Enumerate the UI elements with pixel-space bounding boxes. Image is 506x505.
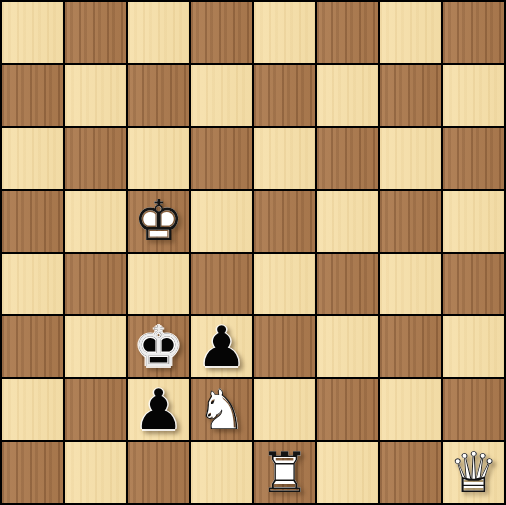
square-g2[interactable] [380, 379, 441, 440]
white-king-outline-icon: ♔ [128, 191, 189, 252]
black-pawn[interactable]: ♟ [191, 316, 252, 377]
square-a6[interactable] [2, 128, 63, 189]
square-f7[interactable] [317, 65, 378, 126]
square-c5[interactable]: ♚♔ [128, 191, 189, 252]
square-b5[interactable] [65, 191, 126, 252]
square-f6[interactable] [317, 128, 378, 189]
square-d8[interactable] [191, 2, 252, 63]
square-c2[interactable]: ♟ [128, 379, 189, 440]
square-d5[interactable] [191, 191, 252, 252]
square-b8[interactable] [65, 2, 126, 63]
square-h2[interactable] [443, 379, 504, 440]
square-e4[interactable] [254, 254, 315, 315]
square-h5[interactable] [443, 191, 504, 252]
white-knight[interactable]: ♞♘ [191, 379, 252, 440]
square-b4[interactable] [65, 254, 126, 315]
white-queen[interactable]: ♛♕ [443, 442, 504, 503]
square-e2[interactable] [254, 379, 315, 440]
square-f2[interactable] [317, 379, 378, 440]
black-pawn-icon: ♟ [191, 316, 252, 377]
square-b2[interactable] [65, 379, 126, 440]
square-h4[interactable] [443, 254, 504, 315]
square-d3[interactable]: ♟ [191, 316, 252, 377]
white-king[interactable]: ♚♔ [128, 191, 189, 252]
square-d1[interactable] [191, 442, 252, 503]
square-g8[interactable] [380, 2, 441, 63]
square-a1[interactable] [2, 442, 63, 503]
square-a8[interactable] [2, 2, 63, 63]
black-king-outline-icon: ♔ [128, 316, 189, 377]
square-d2[interactable]: ♞♘ [191, 379, 252, 440]
square-e3[interactable] [254, 316, 315, 377]
square-h1[interactable]: ♛♕ [443, 442, 504, 503]
square-g5[interactable] [380, 191, 441, 252]
square-b7[interactable] [65, 65, 126, 126]
square-h7[interactable] [443, 65, 504, 126]
square-c6[interactable] [128, 128, 189, 189]
white-queen-outline-icon: ♕ [443, 442, 504, 503]
square-f4[interactable] [317, 254, 378, 315]
square-g3[interactable] [380, 316, 441, 377]
square-g1[interactable] [380, 442, 441, 503]
white-rook-outline-icon: ♖ [254, 442, 315, 503]
square-g6[interactable] [380, 128, 441, 189]
square-e6[interactable] [254, 128, 315, 189]
square-d6[interactable] [191, 128, 252, 189]
black-king[interactable]: ♚♔ [128, 316, 189, 377]
square-a5[interactable] [2, 191, 63, 252]
square-a7[interactable] [2, 65, 63, 126]
square-a3[interactable] [2, 316, 63, 377]
square-f5[interactable] [317, 191, 378, 252]
square-h8[interactable] [443, 2, 504, 63]
black-pawn-icon: ♟ [128, 379, 189, 440]
square-d4[interactable] [191, 254, 252, 315]
square-f3[interactable] [317, 316, 378, 377]
square-c7[interactable] [128, 65, 189, 126]
square-g4[interactable] [380, 254, 441, 315]
square-e8[interactable] [254, 2, 315, 63]
white-rook[interactable]: ♜♖ [254, 442, 315, 503]
square-a4[interactable] [2, 254, 63, 315]
square-h6[interactable] [443, 128, 504, 189]
square-f1[interactable] [317, 442, 378, 503]
square-h3[interactable] [443, 316, 504, 377]
square-c4[interactable] [128, 254, 189, 315]
square-g7[interactable] [380, 65, 441, 126]
square-e5[interactable] [254, 191, 315, 252]
square-a2[interactable] [2, 379, 63, 440]
square-f8[interactable] [317, 2, 378, 63]
black-pawn[interactable]: ♟ [128, 379, 189, 440]
square-d7[interactable] [191, 65, 252, 126]
square-b3[interactable] [65, 316, 126, 377]
chess-board: ♚♔♚♔♟♟♞♘♜♖♛♕ [0, 0, 506, 505]
white-knight-outline-icon: ♘ [191, 379, 252, 440]
square-b6[interactable] [65, 128, 126, 189]
square-e7[interactable] [254, 65, 315, 126]
square-c1[interactable] [128, 442, 189, 503]
square-e1[interactable]: ♜♖ [254, 442, 315, 503]
square-c8[interactable] [128, 2, 189, 63]
square-b1[interactable] [65, 442, 126, 503]
square-c3[interactable]: ♚♔ [128, 316, 189, 377]
